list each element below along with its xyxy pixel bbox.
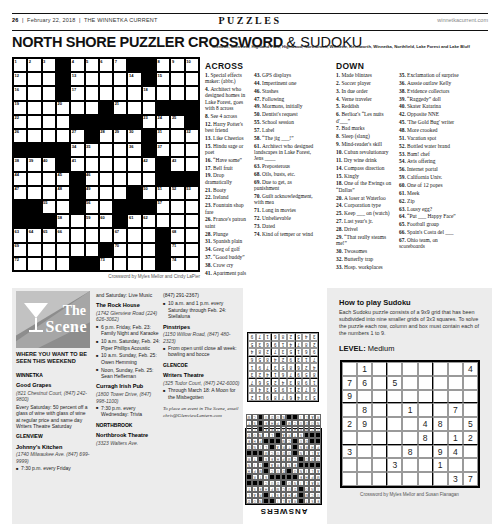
crossword-cell[interactable]: 58 <box>56 214 70 228</box>
crossword-cell-number: 35 <box>86 144 90 149</box>
clue-item: 20. A loser at Waterloo <box>336 195 393 201</box>
crossword-cell[interactable] <box>185 86 199 100</box>
answer-sudoku-cell: 3 <box>302 393 310 401</box>
answer-crossword-cell: A <box>263 426 269 432</box>
crossword-cell[interactable] <box>185 200 199 214</box>
crossword-cell[interactable] <box>127 172 141 186</box>
answer-crossword-cell <box>304 462 310 468</box>
crossword-cell[interactable] <box>42 129 56 143</box>
scene-column-2: and Saturday: Live MusicThe Rock House(1… <box>96 292 160 447</box>
sudoku-cell[interactable]: 7 <box>448 403 463 417</box>
crossword-cell[interactable] <box>42 72 56 86</box>
answer-crossword-cell: M <box>275 486 281 492</box>
crossword-cell-number: 59 <box>86 215 90 220</box>
sudoku-cell[interactable]: 8 <box>433 417 448 431</box>
crossword-grid[interactable]: 1234567891012131415161718192021222324252… <box>12 57 200 272</box>
sudoku-cell[interactable] <box>418 362 433 376</box>
crossword-cell-number: 8 <box>158 59 160 64</box>
crossword-cell[interactable]: 71 <box>170 243 184 257</box>
crossword-black-cell <box>156 243 170 257</box>
crossword-cell[interactable]: 27 <box>70 129 84 143</box>
crossword-cell[interactable]: 40 <box>42 157 56 171</box>
crossword-cell[interactable]: 49 <box>85 186 99 200</box>
crossword-cell[interactable]: 69 <box>13 243 27 257</box>
crossword-cell[interactable] <box>99 72 113 86</box>
crossword-cell[interactable]: 46 <box>85 172 99 186</box>
clue-item: 25. Keep ___ on (watch) <box>336 210 393 216</box>
crossword-cell[interactable]: 63 <box>13 228 27 242</box>
sudoku-cell[interactable]: 7 <box>463 472 478 486</box>
crossword-cell[interactable] <box>85 86 99 100</box>
crossword-cell[interactable] <box>27 72 41 86</box>
sudoku-cell[interactable] <box>402 458 417 472</box>
sudoku-cell[interactable] <box>372 417 387 431</box>
crossword-cell[interactable]: 38 <box>13 157 27 171</box>
sudoku-cell[interactable] <box>372 472 387 486</box>
answer-crossword-cell <box>281 480 287 486</box>
crossword-cell[interactable]: 52 <box>170 186 184 200</box>
crossword-cell[interactable] <box>156 214 170 228</box>
sudoku-howto-text: Each Sudoku puzzle consists of a 9x9 gri… <box>339 309 485 337</box>
crossword-cell[interactable] <box>85 243 99 257</box>
crossword-cell[interactable] <box>85 157 99 171</box>
crossword-cell[interactable] <box>27 101 41 115</box>
sudoku-cell[interactable] <box>372 458 387 472</box>
crossword-cell[interactable] <box>42 186 56 200</box>
sudoku-cell[interactable]: 9 <box>433 445 448 459</box>
answer-crossword-cell <box>315 462 321 468</box>
sudoku-cell[interactable] <box>387 431 402 445</box>
sudoku-cell[interactable] <box>402 431 417 445</box>
clue-item: 56. Internet portal <box>399 166 461 172</box>
crossword-cell[interactable]: 35 <box>85 143 99 157</box>
sudoku-cell[interactable] <box>448 362 463 376</box>
sudoku-cell[interactable] <box>342 431 357 445</box>
sudoku-cell[interactable] <box>342 472 357 486</box>
sudoku-cell[interactable]: 3 <box>342 445 357 459</box>
sudoku-cell[interactable]: 4 <box>463 362 478 376</box>
answer-crossword-cell: N <box>281 414 287 420</box>
crossword-cell[interactable]: 30 <box>127 129 141 143</box>
sudoku-cell[interactable] <box>463 403 478 417</box>
sudoku-cell[interactable] <box>387 417 402 431</box>
sudoku-cell[interactable] <box>372 362 387 376</box>
sudoku-cell[interactable] <box>418 403 433 417</box>
crossword-cell[interactable]: 20 <box>56 101 70 115</box>
crossword-cell[interactable] <box>113 86 127 100</box>
crossword-cell[interactable] <box>127 228 141 242</box>
sudoku-cell[interactable] <box>418 458 433 472</box>
crossword-cell[interactable]: 68 <box>170 228 184 242</box>
sudoku-cell[interactable] <box>357 390 372 404</box>
crossword-cell[interactable]: 39 <box>27 157 41 171</box>
sudoku-cell[interactable] <box>433 403 448 417</box>
crossword-cell[interactable]: 13 <box>70 72 84 86</box>
answer-crossword-cell: U <box>304 456 310 462</box>
clue-item: 10. Cuban revolutionary <box>336 149 393 155</box>
sudoku-cell[interactable] <box>387 390 402 404</box>
crossword-cell[interactable] <box>70 228 84 242</box>
crossword-cell[interactable]: 31 <box>156 129 170 143</box>
crossword-cell[interactable]: 51 <box>156 186 170 200</box>
sudoku-cell[interactable] <box>448 417 463 431</box>
crossword-cell[interactable]: 50 <box>142 186 156 200</box>
crossword-cell[interactable] <box>85 72 99 86</box>
crossword-cell[interactable]: 18 <box>142 86 156 100</box>
sudoku-cell[interactable] <box>433 362 448 376</box>
sudoku-cell[interactable]: 4 <box>448 445 463 459</box>
sudoku-cell[interactable]: 2 <box>463 431 478 445</box>
crossword-cell[interactable] <box>113 186 127 200</box>
crossword-cell[interactable]: 32 <box>185 129 199 143</box>
crossword-cell[interactable]: 4 <box>70 58 84 72</box>
crossword-black-cell <box>99 101 113 115</box>
clue-item: 33. Hosp. workplaces <box>336 264 393 270</box>
crossword-cell[interactable] <box>185 228 199 242</box>
crossword-cell[interactable]: 57 <box>156 200 170 214</box>
sudoku-cell[interactable]: 5 <box>463 417 478 431</box>
crossword-cell[interactable] <box>185 257 199 271</box>
crossword-cell[interactable] <box>70 101 84 115</box>
crossword-cell[interactable] <box>56 257 70 271</box>
crossword-cell[interactable]: 3 <box>42 58 56 72</box>
sudoku-cell[interactable] <box>418 390 433 404</box>
sudoku-cell[interactable]: 1 <box>357 362 372 376</box>
crossword-cell[interactable]: 26 <box>13 129 27 143</box>
crossword-cell[interactable]: 41 <box>70 157 84 171</box>
sudoku-cell[interactable]: 8 <box>357 403 372 417</box>
sudoku-cell[interactable]: 1 <box>433 458 448 472</box>
crossword-cell[interactable] <box>185 243 199 257</box>
sudoku-cell[interactable] <box>342 362 357 376</box>
crossword-cell[interactable] <box>113 257 127 271</box>
sudoku-cell[interactable] <box>463 376 478 390</box>
crossword-black-cell <box>156 157 170 171</box>
crossword-cell[interactable]: 43 <box>170 157 184 171</box>
answer-crossword-cell: C <box>269 468 275 474</box>
crossword-cell[interactable]: 64 <box>27 228 41 242</box>
clue-item: 58. “The jig ___!” <box>254 135 316 141</box>
sudoku-cell[interactable] <box>418 445 433 459</box>
crossword-cell[interactable] <box>142 243 156 257</box>
crossword-cell[interactable]: 1 <box>13 58 27 72</box>
crossword-cell[interactable] <box>70 214 84 228</box>
crossword-cell[interactable] <box>42 101 56 115</box>
sudoku-cell[interactable] <box>357 431 372 445</box>
answer-crossword-cell <box>263 462 269 468</box>
answer-crossword-cell: O <box>275 414 281 420</box>
sudoku-cell[interactable] <box>433 376 448 390</box>
crossword-cell[interactable] <box>42 172 56 186</box>
answer-crossword-cell <box>263 438 269 444</box>
sudoku-cell[interactable] <box>433 431 448 445</box>
sudoku-cell[interactable] <box>372 445 387 459</box>
crossword-black-cell <box>142 58 156 72</box>
crossword-cell[interactable] <box>113 172 127 186</box>
crossword-black-cell <box>99 243 113 257</box>
answer-crossword-cell: O <box>286 450 292 456</box>
sudoku-cell[interactable] <box>433 390 448 404</box>
sudoku-cell[interactable] <box>387 362 402 376</box>
crossword-cell[interactable] <box>56 129 70 143</box>
crossword-cell[interactable]: 7 <box>113 58 127 72</box>
crossword-cell-number: 2 <box>29 59 31 64</box>
answer-crossword-cell <box>304 432 310 438</box>
crossword-cell[interactable] <box>42 115 56 129</box>
sudoku-cell[interactable] <box>372 390 387 404</box>
crossword-cell[interactable] <box>185 157 199 171</box>
crossword-cell-number: 48 <box>57 186 61 191</box>
crossword-cell[interactable]: 70 <box>113 243 127 257</box>
answer-crossword-cell: S <box>252 420 258 426</box>
bullet-square-icon: ■ <box>96 324 98 329</box>
crossword-cell[interactable] <box>127 243 141 257</box>
crossword-cell[interactable] <box>156 86 170 100</box>
crossword-cell[interactable] <box>99 157 113 171</box>
crossword-cell-number: 37 <box>158 144 162 149</box>
sudoku-cell[interactable]: 6 <box>357 376 372 390</box>
answer-sudoku-cell: 6 <box>310 386 318 394</box>
crossword-cell[interactable] <box>99 143 113 157</box>
sudoku-cell[interactable] <box>402 390 417 404</box>
sudoku-cell[interactable] <box>372 376 387 390</box>
sudoku-cell[interactable] <box>418 376 433 390</box>
answer-crossword-cell <box>246 480 252 486</box>
answer-crossword-cell: P <box>315 444 321 450</box>
crossword-cell[interactable]: 42 <box>142 157 156 171</box>
crossword-cell[interactable] <box>185 143 199 157</box>
crossword-black-cell <box>113 200 127 214</box>
crossword-cell[interactable]: 36 <box>127 143 141 157</box>
crossword-cell[interactable] <box>70 243 84 257</box>
answer-crossword-cell: E <box>315 498 321 504</box>
answer-crossword-cell: N <box>252 444 258 450</box>
crossword-cell[interactable]: 67 <box>113 228 127 242</box>
crossword-black-cell <box>27 214 41 228</box>
website-link[interactable]: winnetkacurrent.com <box>437 17 488 23</box>
sudoku-level: LEVEL: Medium <box>339 344 394 353</box>
crossword-cell[interactable]: 59 <box>85 214 99 228</box>
sudoku-cell[interactable] <box>463 458 478 472</box>
crossword-cell[interactable]: 25 <box>170 115 184 129</box>
crossword-cell[interactable] <box>56 243 70 257</box>
sudoku-cell[interactable]: 2 <box>342 417 357 431</box>
crossword-cell[interactable]: 44 <box>13 172 27 186</box>
crossword-cell[interactable] <box>99 186 113 200</box>
crossword-cell[interactable]: 14 <box>127 72 141 86</box>
crossword-cell[interactable]: 66 <box>56 228 70 242</box>
crossword-cell[interactable] <box>113 143 127 157</box>
clue-item: 53. Bam! chef <box>399 151 461 157</box>
crossword-cell[interactable] <box>99 200 113 214</box>
crossword-cell[interactable]: 55 <box>42 200 56 214</box>
crossword-cell[interactable] <box>27 86 41 100</box>
crossword-cell[interactable] <box>170 72 184 86</box>
clue-item: 34. Greg of golf <box>205 246 252 252</box>
sudoku-cell[interactable] <box>402 417 417 431</box>
sudoku-cell[interactable] <box>387 445 402 459</box>
crossword-cell[interactable]: 24 <box>156 115 170 129</box>
crossword-cell[interactable] <box>27 115 41 129</box>
crossword-cell[interactable] <box>113 157 127 171</box>
sudoku-cell[interactable]: 1 <box>448 431 463 445</box>
crossword-answer-thumbnail: ESTRALINODUCMPHESTRALINODUCMPHESTRALINOD… <box>245 428 322 505</box>
crossword-cell[interactable] <box>127 86 141 100</box>
sudoku-cell[interactable] <box>357 458 372 472</box>
sudoku-cell[interactable] <box>418 472 433 486</box>
crossword-cell[interactable]: 9 <box>170 58 184 72</box>
crossword-cell[interactable]: 8 <box>156 58 170 72</box>
sudoku-cell[interactable] <box>402 472 417 486</box>
crossword-cell[interactable] <box>127 157 141 171</box>
answer-crossword-cell: O <box>309 420 315 426</box>
crossword-cell[interactable]: 73 <box>99 257 113 271</box>
answer-sudoku-cell: 5 <box>271 386 279 394</box>
crossword-cell[interactable] <box>170 86 184 100</box>
answer-crossword-cell: D <box>246 432 252 438</box>
crossword-cell[interactable]: 62 <box>142 214 156 228</box>
sudoku-cell[interactable]: 5 <box>387 376 402 390</box>
crossword-cell[interactable] <box>127 257 141 271</box>
crossword-cell[interactable] <box>27 129 41 143</box>
sudoku-cell[interactable] <box>357 472 372 486</box>
crossword-cell[interactable] <box>142 228 156 242</box>
crossword-cell[interactable]: 48 <box>56 186 70 200</box>
crossword-cell[interactable]: 17 <box>70 86 84 100</box>
answer-sudoku-cell: 9 <box>248 333 256 341</box>
sudoku-cell[interactable]: 9 <box>357 417 372 431</box>
down-header: DOWN <box>336 61 364 71</box>
crossword-cell[interactable] <box>142 257 156 271</box>
crossword-cell[interactable] <box>170 214 184 228</box>
crossword-cell[interactable]: 23 <box>142 115 156 129</box>
sudoku-cell[interactable]: 8 <box>402 445 417 459</box>
crossword-cell[interactable]: 19 <box>13 101 27 115</box>
crossword-cell[interactable] <box>170 143 184 157</box>
crossword-cell[interactable]: 16 <box>13 86 27 100</box>
sudoku-cell[interactable] <box>402 376 417 390</box>
sudoku-cell[interactable]: 3 <box>387 458 402 472</box>
scene-event: ■7:30 p.m. every Wednesday: Trivia <box>96 405 160 418</box>
sudoku-cell[interactable] <box>433 472 448 486</box>
sudoku-cell[interactable] <box>448 458 463 472</box>
crossword-cell[interactable] <box>142 101 156 115</box>
crossword-cell[interactable]: 29 <box>113 129 127 143</box>
coverage-towns: Glencoe, Glenview, Highland Park, Highwo… <box>212 44 490 49</box>
sudoku-cell[interactable] <box>448 376 463 390</box>
crossword-cell[interactable] <box>85 101 99 115</box>
crossword-cell[interactable]: 45 <box>56 172 70 186</box>
crossword-cell[interactable] <box>27 243 41 257</box>
sudoku-cell[interactable] <box>342 458 357 472</box>
crossword-cell[interactable]: 12 <box>13 72 27 86</box>
crossword-cell[interactable]: 53 <box>185 186 199 200</box>
crossword-cell[interactable] <box>185 214 199 228</box>
sudoku-cell[interactable]: 3 <box>448 472 463 486</box>
crossword-cell[interactable]: 74 <box>170 257 184 271</box>
sudoku-cell[interactable] <box>387 403 402 417</box>
crossword-cell[interactable] <box>85 228 99 242</box>
sudoku-cell[interactable] <box>372 431 387 445</box>
answer-crossword-cell: S <box>263 456 269 462</box>
sudoku-cell[interactable]: 1 <box>402 403 417 417</box>
crossword-cell[interactable] <box>99 86 113 100</box>
crossword-cell[interactable] <box>99 228 113 242</box>
crossword-cell[interactable] <box>170 200 184 214</box>
crossword-cell[interactable]: 60 <box>99 214 113 228</box>
answer-crossword-cell: L <box>309 468 315 474</box>
sudoku-cell[interactable] <box>342 403 357 417</box>
crossword-cell[interactable] <box>42 257 56 271</box>
crossword-cell[interactable] <box>185 72 199 86</box>
crossword-cell[interactable]: 6 <box>99 58 113 72</box>
answer-crossword-cell <box>298 462 304 468</box>
answer-crossword-cell: R <box>269 426 275 432</box>
crossword-cell[interactable] <box>142 172 156 186</box>
crossword-cell[interactable] <box>113 72 127 86</box>
sudoku-cell[interactable]: 8 <box>418 431 433 445</box>
crossword-cell[interactable]: 21 <box>113 101 127 115</box>
sudoku-cell[interactable]: 9 <box>342 390 357 404</box>
sudoku-cell[interactable]: 7 <box>342 376 357 390</box>
crossword-cell[interactable]: 47 <box>13 186 27 200</box>
sudoku-cell[interactable] <box>402 362 417 376</box>
sudoku-cell[interactable] <box>448 390 463 404</box>
sudoku-cell[interactable] <box>372 403 387 417</box>
crossword-cell[interactable]: 34 <box>70 143 84 157</box>
crossword-cell-number: 43 <box>172 158 176 163</box>
crossword-cell[interactable] <box>27 186 41 200</box>
sudoku-cell[interactable] <box>387 472 402 486</box>
crossword-cell[interactable] <box>27 172 41 186</box>
crossword-cell[interactable]: 15 <box>156 72 170 86</box>
crossword-cell[interactable] <box>27 257 41 271</box>
answer-crossword-cell: O <box>286 480 292 486</box>
answer-crossword-cell: A <box>309 480 315 486</box>
sudoku-cell[interactable]: 4 <box>418 417 433 431</box>
scene-venue-address: (1150 Willow Road, (847) 480-2323) <box>163 331 241 344</box>
clue-item: 73. Dated <box>254 223 316 229</box>
crossword-cell[interactable]: 37 <box>156 143 170 157</box>
bullet-square-icon: ■ <box>163 388 165 393</box>
crossword-cell[interactable] <box>56 115 70 129</box>
clue-item: 28. Plunge <box>205 231 252 237</box>
sudoku-grid[interactable]: 1476598172948581238943137 <box>340 360 480 488</box>
crossword-cell[interactable] <box>56 200 70 214</box>
crossword-cell-number: 25 <box>172 115 176 120</box>
crossword-cell[interactable]: 65 <box>42 228 56 242</box>
crossword-cell[interactable]: 5 <box>85 58 99 72</box>
crossword-cell[interactable] <box>99 172 113 186</box>
crossword-cell[interactable]: 2 <box>27 58 41 72</box>
sudoku-cell[interactable] <box>463 445 478 459</box>
crossword-cell[interactable] <box>170 129 184 143</box>
crossword-cell[interactable]: 61 <box>127 214 141 228</box>
crossword-cell-number: 74 <box>172 257 176 262</box>
sudoku-cell[interactable] <box>357 445 372 459</box>
answer-sudoku-cell: 3 <box>310 333 318 341</box>
crossword-cell[interactable]: 72 <box>13 257 27 271</box>
crossword-cell[interactable]: 56 <box>85 200 99 214</box>
answer-sudoku-cell: 1 <box>295 348 303 356</box>
crossword-cell[interactable] <box>127 101 141 115</box>
crossword-cell[interactable]: 10 <box>185 58 199 72</box>
sudoku-cell[interactable] <box>463 390 478 404</box>
crossword-cell[interactable] <box>42 86 56 100</box>
crossword-cell[interactable]: 22 <box>13 115 27 129</box>
crossword-cell[interactable] <box>42 243 56 257</box>
crossword-cell[interactable]: 28 <box>99 129 113 143</box>
